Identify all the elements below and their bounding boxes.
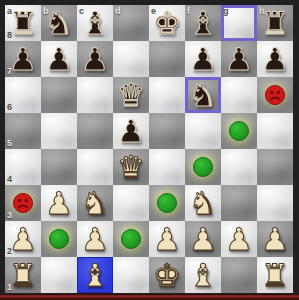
square-e1[interactable]: ♚ [149, 257, 185, 293]
square-b7[interactable]: ♟ [41, 41, 77, 77]
black-pawn: ♟ [257, 41, 293, 77]
square-e5[interactable] [149, 113, 185, 149]
white-queen: ♛ [113, 149, 149, 185]
file-label-g: g [223, 6, 229, 16]
square-f4[interactable] [185, 149, 221, 185]
square-a4[interactable]: 4 [5, 149, 41, 185]
black-pawn: ♟ [77, 41, 113, 77]
square-h1[interactable]: ♜ [257, 257, 293, 293]
square-c6[interactable] [77, 77, 113, 113]
rank-label-2: 2 [7, 246, 12, 256]
file-label-b: b [43, 6, 49, 16]
square-a6[interactable]: 6 [5, 77, 41, 113]
square-a3[interactable]: 3 [5, 185, 41, 221]
white-pawn: ♟ [185, 221, 221, 257]
square-b6[interactable] [41, 77, 77, 113]
square-d6[interactable]: ♛ [113, 77, 149, 113]
square-f8[interactable]: f♝ [185, 5, 221, 41]
file-label-a: a [7, 6, 12, 16]
square-b1[interactable] [41, 257, 77, 293]
square-a8[interactable]: a8♜ [5, 5, 41, 41]
unsafe-move-frown-icon [12, 192, 34, 214]
square-d5[interactable]: ♟ [113, 113, 149, 149]
file-label-c: c [79, 6, 84, 16]
black-queen: ♛ [113, 77, 149, 113]
square-e4[interactable] [149, 149, 185, 185]
square-f5[interactable] [185, 113, 221, 149]
square-d4[interactable]: ♛ [113, 149, 149, 185]
black-pawn: ♟ [185, 41, 221, 77]
rank-label-7: 7 [7, 66, 12, 76]
white-knight: ♞ [77, 185, 113, 221]
square-c1[interactable]: ♝ [77, 257, 113, 293]
square-d7[interactable] [113, 41, 149, 77]
square-e2[interactable]: ♟ [149, 221, 185, 257]
unsafe-move-frown-icon [264, 84, 286, 106]
square-e8[interactable]: e♚ [149, 5, 185, 41]
square-f7[interactable]: ♟ [185, 41, 221, 77]
black-bishop: ♝ [77, 5, 113, 41]
file-label-e: e [151, 6, 156, 16]
square-d1[interactable] [113, 257, 149, 293]
black-pawn: ♟ [113, 113, 149, 149]
black-king: ♚ [149, 5, 185, 41]
white-king: ♚ [149, 257, 185, 293]
table-edge-strip [0, 294, 299, 300]
black-bishop: ♝ [185, 5, 221, 41]
file-label-h: h [259, 6, 265, 16]
white-pawn: ♟ [221, 221, 257, 257]
white-pawn: ♟ [77, 221, 113, 257]
square-d3[interactable] [113, 185, 149, 221]
square-h6[interactable] [257, 77, 293, 113]
white-bishop: ♝ [77, 257, 113, 293]
safe-move-dot-icon [193, 157, 213, 177]
safe-move-dot-icon [229, 121, 249, 141]
black-pawn: ♟ [221, 41, 257, 77]
white-rook: ♜ [5, 257, 41, 293]
square-g5[interactable] [221, 113, 257, 149]
rank-label-6: 6 [7, 102, 12, 112]
black-rook: ♜ [257, 5, 293, 41]
white-knight: ♞ [185, 185, 221, 221]
square-h7[interactable]: ♟ [257, 41, 293, 77]
square-e6[interactable] [149, 77, 185, 113]
square-a2[interactable]: 2♟ [5, 221, 41, 257]
square-g8[interactable]: g [221, 5, 257, 41]
square-f3[interactable]: ♞ [185, 185, 221, 221]
black-pawn: ♟ [5, 41, 41, 77]
square-h8[interactable]: h♜ [257, 5, 293, 41]
square-b4[interactable] [41, 149, 77, 185]
square-g6[interactable] [221, 77, 257, 113]
square-h2[interactable]: ♟ [257, 221, 293, 257]
black-knight: ♞ [185, 77, 221, 113]
black-rook: ♜ [5, 5, 41, 41]
safe-move-dot-icon [49, 229, 69, 249]
square-c7[interactable]: ♟ [77, 41, 113, 77]
square-g4[interactable] [221, 149, 257, 185]
square-f1[interactable]: ♝ [185, 257, 221, 293]
square-g2[interactable]: ♟ [221, 221, 257, 257]
square-h4[interactable] [257, 149, 293, 185]
square-e3[interactable] [149, 185, 185, 221]
safe-move-dot-icon [157, 193, 177, 213]
black-knight: ♞ [41, 5, 77, 41]
square-h3[interactable] [257, 185, 293, 221]
safe-move-dot-icon [121, 229, 141, 249]
square-d8[interactable]: d [113, 5, 149, 41]
rank-label-5: 5 [7, 138, 12, 148]
rank-label-4: 4 [7, 174, 12, 184]
square-b2[interactable] [41, 221, 77, 257]
square-c4[interactable] [77, 149, 113, 185]
rank-label-8: 8 [7, 30, 12, 40]
square-f6[interactable]: ♞ [185, 77, 221, 113]
chess-app-window: a8♜b♞c♝de♚f♝gh♜7♟♟♟♟♟♟6♛♞5♟4♛3♟♞♞2♟♟♟♟♟♟… [0, 0, 299, 300]
rank-label-1: 1 [7, 282, 12, 292]
square-a5[interactable]: 5 [5, 113, 41, 149]
square-a7[interactable]: 7♟ [5, 41, 41, 77]
file-label-d: d [115, 6, 121, 16]
white-bishop: ♝ [185, 257, 221, 293]
square-c8[interactable]: c♝ [77, 5, 113, 41]
white-pawn: ♟ [41, 185, 77, 221]
square-c2[interactable]: ♟ [77, 221, 113, 257]
black-pawn: ♟ [41, 41, 77, 77]
square-e7[interactable] [149, 41, 185, 77]
square-g3[interactable] [221, 185, 257, 221]
square-b3[interactable]: ♟ [41, 185, 77, 221]
square-g7[interactable]: ♟ [221, 41, 257, 77]
square-d2[interactable] [113, 221, 149, 257]
file-label-f: f [187, 6, 190, 16]
square-f2[interactable]: ♟ [185, 221, 221, 257]
square-c5[interactable] [77, 113, 113, 149]
square-g1[interactable] [221, 257, 257, 293]
white-pawn: ♟ [257, 221, 293, 257]
white-pawn: ♟ [149, 221, 185, 257]
white-pawn: ♟ [5, 221, 41, 257]
square-b8[interactable]: b♞ [41, 5, 77, 41]
square-c3[interactable]: ♞ [77, 185, 113, 221]
chess-board: a8♜b♞c♝de♚f♝gh♜7♟♟♟♟♟♟6♛♞5♟4♛3♟♞♞2♟♟♟♟♟♟… [5, 5, 293, 293]
square-a1[interactable]: 1♜ [5, 257, 41, 293]
square-b5[interactable] [41, 113, 77, 149]
square-h5[interactable] [257, 113, 293, 149]
white-rook: ♜ [257, 257, 293, 293]
